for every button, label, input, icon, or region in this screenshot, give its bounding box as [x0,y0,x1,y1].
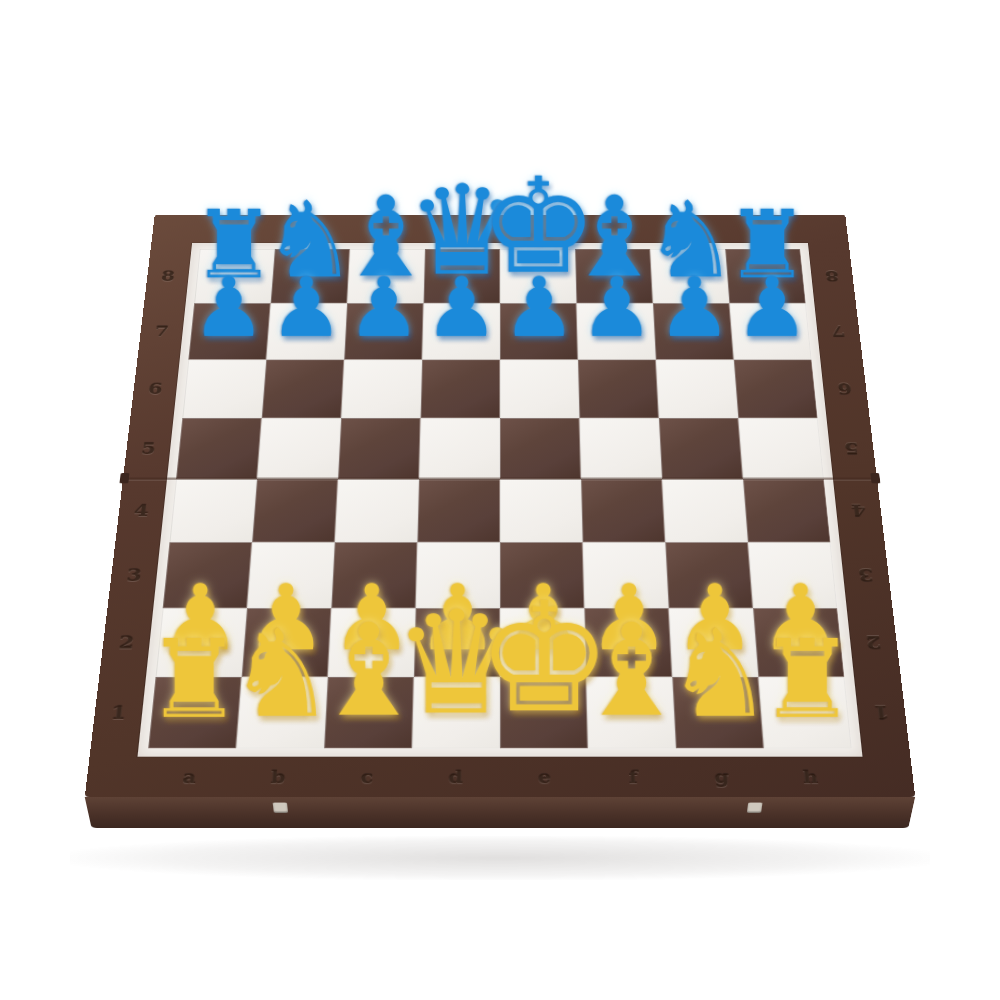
piece-anchor: ♟ [266,303,347,359]
coordinate-label: 8 [809,249,856,303]
piece-anchor: ♟ [344,303,423,359]
coordinate-label: c [322,757,412,797]
clasp-hinge-icon [272,803,287,813]
coordinate-label: 5 [827,418,877,479]
piece-yellow-knight-g1[interactable]: ♞ [665,613,774,734]
piece-anchor: ♟ [729,303,811,359]
coordinate-label: 7 [137,303,185,359]
coordinate-label: 1 [854,677,909,749]
piece-anchor: ♟ [188,303,270,359]
coordinate-label: 6 [130,360,179,419]
piece-anchor: ♟ [422,303,500,359]
coordinate-label: e [500,757,589,797]
board-shadow [70,836,930,880]
coordinate-label: h [765,757,857,797]
coordinate-label: 3 [840,542,893,608]
piece-anchor: ♟ [500,303,578,359]
coordinate-label: 8 [144,249,191,303]
piece-blue-pawn-e7[interactable]: ♟ [502,266,576,348]
piece-anchor: ♜ [758,677,852,749]
piece-blue-pawn-c7[interactable]: ♟ [347,266,421,348]
coordinate-label: f [588,757,678,797]
coordinate-label: 1 [91,677,146,749]
coordinate-label: b [232,757,323,797]
coordinate-label: 4 [833,479,885,542]
piece-yellow-rook-h1[interactable]: ♜ [758,626,855,734]
coordinate-label: 4 [115,479,167,542]
coordinate-label: a [143,757,235,797]
coordinate-label: d [411,757,500,797]
pieces-layer: ♜♞♝♛♚♝♞♜♟♟♟♟♟♟♟♟♟♟♟♟♟♟♟♟♜♞♝♛♚♝♞♜ [148,249,852,749]
piece-blue-pawn-h7[interactable]: ♟ [735,266,809,348]
board-front-edge [85,797,916,828]
piece-anchor: ♟ [653,303,734,359]
coordinate-label: 6 [820,360,869,419]
piece-blue-pawn-a7[interactable]: ♟ [191,266,265,348]
coordinate-label: g [676,757,767,797]
file-labels-bottom: abcdefgh [143,757,857,797]
coordinate-label: 5 [123,418,173,479]
piece-blue-pawn-f7[interactable]: ♟ [579,266,653,348]
coordinate-label: 3 [107,542,160,608]
coordinate-label: 7 [814,303,862,359]
piece-blue-pawn-b7[interactable]: ♟ [269,266,343,348]
piece-anchor: ♟ [576,303,655,359]
piece-anchor: ♝ [586,677,676,749]
piece-blue-pawn-g7[interactable]: ♟ [657,266,731,348]
piece-anchor: ♞ [672,677,764,749]
piece-blue-pawn-d7[interactable]: ♟ [424,266,498,348]
clasp-hinge-icon [747,803,763,813]
chess-board: 87654321 87654321 abcdefgh ♜♞♝♛♚♝♞♜♟♟♟♟♟… [85,215,916,798]
